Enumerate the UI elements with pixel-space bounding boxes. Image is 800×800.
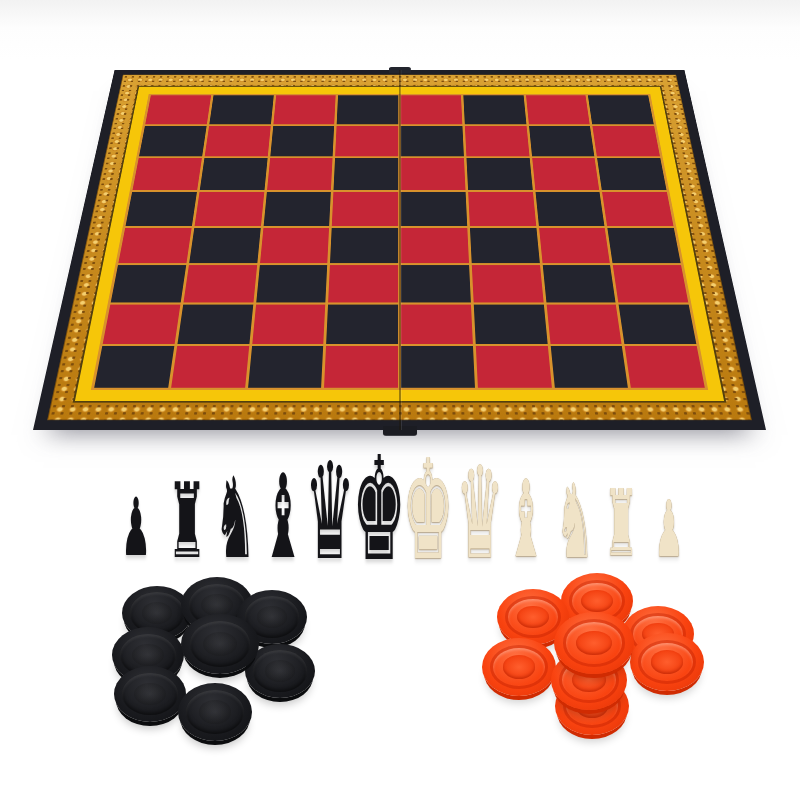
- chess-piece-cream-bishop: ♝: [506, 467, 546, 573]
- board-square: [204, 126, 270, 156]
- board-square: [463, 95, 526, 124]
- board-square: [118, 228, 191, 263]
- board-square: [532, 158, 600, 190]
- board-square: [334, 158, 399, 190]
- chess-piece-cream-queen: ♛: [456, 450, 504, 577]
- fold-seam: [399, 70, 401, 430]
- board-square: [401, 126, 464, 156]
- board-square: [472, 265, 544, 302]
- chess-piece-black-knight: ♞: [214, 462, 256, 574]
- chess-piece-black-pawn: ♟: [121, 488, 151, 568]
- board-square: [270, 126, 334, 156]
- board-square: [273, 95, 336, 124]
- board-square: [466, 158, 532, 190]
- board-square: [526, 95, 590, 124]
- board-square: [470, 228, 540, 263]
- checker-black-disc: [181, 614, 259, 674]
- board-square: [189, 228, 260, 263]
- chess-piece-cream-rook: ♜: [604, 478, 639, 570]
- chess-piece-cream-king: ♚: [402, 442, 454, 580]
- board-square: [132, 158, 201, 190]
- checker-black-disc: [114, 666, 186, 722]
- board-square: [194, 192, 263, 226]
- board-square: [335, 126, 398, 156]
- board-square: [200, 158, 268, 190]
- board-square: [139, 126, 206, 156]
- board-square: [602, 192, 673, 226]
- board-square: [326, 304, 398, 343]
- board-square: [103, 304, 181, 343]
- chess-piece-cream-pawn: ♟: [654, 490, 683, 568]
- board-square: [401, 192, 467, 226]
- checker-red-disc: [630, 633, 704, 691]
- board-square: [593, 126, 660, 156]
- checker-red-disc: [554, 612, 634, 674]
- board-square: [550, 346, 628, 388]
- chess-piece-black-king: ♚: [352, 437, 406, 581]
- board-square: [529, 126, 595, 156]
- board-square: [177, 304, 253, 343]
- board-square: [465, 126, 529, 156]
- board-square: [619, 304, 697, 343]
- board-square: [260, 228, 330, 263]
- board-square: [126, 192, 197, 226]
- board-square: [468, 192, 536, 226]
- chess-piece-black-rook: ♜: [167, 469, 206, 573]
- board-square: [324, 346, 398, 388]
- board-square: [597, 158, 666, 190]
- board-square: [474, 304, 548, 343]
- board-square: [546, 304, 622, 343]
- board-square: [401, 228, 469, 263]
- checker-red-disc: [482, 638, 556, 696]
- board-square: [401, 304, 473, 343]
- board-square: [183, 265, 256, 302]
- board-square: [337, 95, 398, 124]
- checkerboard: [33, 70, 766, 430]
- board-square: [145, 95, 211, 124]
- board-square: [248, 346, 324, 388]
- board-square: [401, 95, 462, 124]
- chess-piece-black-bishop: ♝: [261, 459, 305, 575]
- board-square: [608, 228, 681, 263]
- board-square: [588, 95, 654, 124]
- board-square: [613, 265, 688, 302]
- board-square: [256, 265, 328, 302]
- chess-piece-black-queen: ♛: [305, 445, 355, 579]
- board-square: [330, 228, 398, 263]
- board-square: [625, 346, 705, 388]
- board-square: [171, 346, 249, 388]
- board-square: [209, 95, 273, 124]
- product-photo: ♟♜♞♝♛♚♚♛♝♞♜♟: [0, 0, 800, 800]
- board-square: [328, 265, 398, 302]
- board-square: [539, 228, 610, 263]
- checker-black-disc: [178, 683, 252, 741]
- chess-piece-cream-knight: ♞: [556, 470, 595, 573]
- board-square: [111, 265, 186, 302]
- board-square: [332, 192, 398, 226]
- board-square: [401, 265, 471, 302]
- board-edge: [33, 70, 766, 430]
- board-square: [476, 346, 552, 388]
- board-square: [252, 304, 326, 343]
- board-square: [542, 265, 615, 302]
- board-square: [263, 192, 331, 226]
- board-square: [401, 346, 475, 388]
- board-square: [94, 346, 174, 388]
- board-square: [267, 158, 333, 190]
- board-square: [535, 192, 604, 226]
- board-square: [401, 158, 466, 190]
